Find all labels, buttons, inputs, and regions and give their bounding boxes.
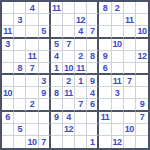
cell-r6c8[interactable]: [87, 63, 99, 75]
cell-r12c11[interactable]: [124, 136, 136, 148]
cell-r4c5[interactable]: 5: [51, 39, 63, 51]
cell-r10c8[interactable]: [87, 112, 99, 124]
cell-r4c3[interactable]: [26, 39, 38, 51]
cell-r7c8[interactable]: 9: [87, 75, 99, 87]
cell-r11c8[interactable]: [87, 124, 99, 136]
cell-r10c4[interactable]: [39, 112, 51, 124]
cell-r11c9[interactable]: [99, 124, 111, 136]
cell-r9c5[interactable]: [51, 99, 63, 111]
cell-r7c10[interactable]: 11: [112, 75, 124, 87]
cell-r2c7[interactable]: 12: [75, 14, 87, 26]
cell-r8c9[interactable]: [99, 87, 111, 99]
cell-r3c4[interactable]: 5: [39, 26, 51, 38]
cell-r10c7[interactable]: [75, 112, 87, 124]
cell-r11c4[interactable]: [39, 124, 51, 136]
cell-r9c9[interactable]: [99, 99, 111, 111]
cell-r4c4[interactable]: [39, 39, 51, 51]
cell-r10c12[interactable]: 7: [136, 112, 148, 124]
cell-r9c1[interactable]: [2, 99, 14, 111]
cell-r1c6[interactable]: [63, 2, 75, 14]
cell-r6c4[interactable]: [39, 63, 51, 75]
cell-r1c1[interactable]: [2, 2, 14, 14]
cell-r8c2[interactable]: [14, 87, 26, 99]
cell-r5c8[interactable]: 8: [87, 51, 99, 63]
cell-r8c7[interactable]: [75, 87, 87, 99]
cell-r11c1[interactable]: [2, 124, 14, 136]
cell-r3c5[interactable]: [51, 26, 63, 38]
cell-r7c12[interactable]: [136, 75, 148, 87]
cell-r12c9[interactable]: [99, 136, 111, 148]
cell-r5c12[interactable]: 12: [136, 51, 148, 63]
cell-r11c12[interactable]: [136, 124, 148, 136]
cell-r5c1[interactable]: [2, 51, 14, 63]
cell-r12c1[interactable]: [2, 136, 14, 148]
sudoku-board: 4118231211115471035710114289128711011632…: [0, 0, 150, 150]
cell-r5c11[interactable]: [124, 51, 136, 63]
cell-r11c2[interactable]: 5: [14, 124, 26, 136]
cell-r7c5[interactable]: [51, 75, 63, 87]
cell-r3c7[interactable]: 4: [75, 26, 87, 38]
cell-r2c2[interactable]: 3: [14, 14, 26, 26]
cell-r4c2[interactable]: [14, 39, 26, 51]
cell-r8c1[interactable]: 10: [2, 87, 14, 99]
cell-r3c9[interactable]: [99, 26, 111, 38]
cell-r11c5[interactable]: [51, 124, 63, 136]
cell-r10c11[interactable]: [124, 112, 136, 124]
cell-r10c2[interactable]: [14, 112, 26, 124]
cell-r12c6[interactable]: [63, 136, 75, 148]
cell-r5c5[interactable]: 4: [51, 51, 63, 63]
cell-r5c4[interactable]: [39, 51, 51, 63]
cell-r6c10[interactable]: [112, 63, 124, 75]
cell-r8c11[interactable]: [124, 87, 136, 99]
cell-r10c1[interactable]: 6: [2, 112, 14, 124]
cell-r1c9[interactable]: 8: [99, 2, 111, 14]
cell-r3c12[interactable]: 10: [136, 26, 148, 38]
cell-r5c3[interactable]: 11: [26, 51, 38, 63]
cell-r10c9[interactable]: 11: [99, 112, 111, 124]
cell-r2c12[interactable]: [136, 14, 148, 26]
cell-r1c2[interactable]: [14, 2, 26, 14]
cell-r10c6[interactable]: 4: [63, 112, 75, 124]
cell-r4c8[interactable]: [87, 39, 99, 51]
cell-r2c8[interactable]: [87, 14, 99, 26]
cell-r3c1[interactable]: 11: [2, 26, 14, 38]
cell-r1c8[interactable]: [87, 2, 99, 14]
cell-r3c2[interactable]: [14, 26, 26, 38]
cell-r9c6[interactable]: [63, 99, 75, 111]
cell-r5c7[interactable]: 2: [75, 51, 87, 63]
cell-r3c11[interactable]: [124, 26, 136, 38]
cell-r5c10[interactable]: [112, 51, 124, 63]
cell-r6c7[interactable]: 11: [75, 63, 87, 75]
cell-r12c2[interactable]: [14, 136, 26, 148]
cell-r2c1[interactable]: [2, 14, 14, 26]
cell-r4c1[interactable]: 3: [2, 39, 14, 51]
cell-r1c11[interactable]: [124, 2, 136, 14]
cell-r12c8[interactable]: 1: [87, 136, 99, 148]
cell-r12c4[interactable]: 7: [39, 136, 51, 148]
cell-r10c10[interactable]: [112, 112, 124, 124]
cell-r8c12[interactable]: [136, 87, 148, 99]
cell-r6c6[interactable]: 10: [63, 63, 75, 75]
cell-r7c6[interactable]: 2: [63, 75, 75, 87]
cell-r3c3[interactable]: [26, 26, 38, 38]
cell-r4c9[interactable]: [99, 39, 111, 51]
cell-r4c7[interactable]: [75, 39, 87, 51]
cell-r6c2[interactable]: 8: [14, 63, 26, 75]
cell-r7c3[interactable]: [26, 75, 38, 87]
cell-r5c6[interactable]: [63, 51, 75, 63]
cell-r9c2[interactable]: [14, 99, 26, 111]
cell-r11c7[interactable]: [75, 124, 87, 136]
cell-r9c10[interactable]: [112, 99, 124, 111]
cell-r6c11[interactable]: [124, 63, 136, 75]
cell-r2c10[interactable]: [112, 14, 124, 26]
cell-r7c9[interactable]: [99, 75, 111, 87]
cell-r1c5[interactable]: 11: [51, 2, 63, 14]
cell-r10c3[interactable]: [26, 112, 38, 124]
cell-r3c8[interactable]: 7: [87, 26, 99, 38]
cell-r9c3[interactable]: 2: [26, 99, 38, 111]
cell-r11c10[interactable]: [112, 124, 124, 136]
cell-r9c12[interactable]: 9: [136, 99, 148, 111]
cell-r7c1[interactable]: [2, 75, 14, 87]
cell-r9c4[interactable]: [39, 99, 51, 111]
cell-r2c6[interactable]: [63, 14, 75, 26]
cell-r4c11[interactable]: [124, 39, 136, 51]
cell-r6c12[interactable]: [136, 63, 148, 75]
cell-r11c6[interactable]: 12: [63, 124, 75, 136]
cell-r8c8[interactable]: 4: [87, 87, 99, 99]
cell-r4c6[interactable]: 7: [63, 39, 75, 51]
cell-r8c4[interactable]: 9: [39, 87, 51, 99]
cell-r5c2[interactable]: [14, 51, 26, 63]
cell-r12c10[interactable]: 12: [112, 136, 124, 148]
cell-r12c7[interactable]: [75, 136, 87, 148]
cell-r1c4[interactable]: [39, 2, 51, 14]
cell-r11c3[interactable]: [26, 124, 38, 136]
cell-r8c5[interactable]: 8: [51, 87, 63, 99]
cell-r5c9[interactable]: 9: [99, 51, 111, 63]
cell-r6c5[interactable]: 1: [51, 63, 63, 75]
cell-r9c11[interactable]: [124, 99, 136, 111]
cell-r1c12[interactable]: [136, 2, 148, 14]
cell-r6c3[interactable]: 7: [26, 63, 38, 75]
cell-r12c5[interactable]: [51, 136, 63, 148]
cell-r2c5[interactable]: [51, 14, 63, 26]
cell-r11c11[interactable]: 10: [124, 124, 136, 136]
cell-r4c12[interactable]: [136, 39, 148, 51]
cell-r2c4[interactable]: [39, 14, 51, 26]
cell-r1c10[interactable]: 2: [112, 2, 124, 14]
cell-r7c4[interactable]: 3: [39, 75, 51, 87]
cell-r3c10[interactable]: [112, 26, 124, 38]
cell-r7c11[interactable]: 7: [124, 75, 136, 87]
cell-r1c7[interactable]: [75, 2, 87, 14]
cell-r9c7[interactable]: 7: [75, 99, 87, 111]
cell-r10c5[interactable]: 9: [51, 112, 63, 124]
cell-r8c3[interactable]: [26, 87, 38, 99]
cell-r6c1[interactable]: [2, 63, 14, 75]
cell-r8c6[interactable]: 11: [63, 87, 75, 99]
cell-r12c12[interactable]: [136, 136, 148, 148]
cell-r7c7[interactable]: 1: [75, 75, 87, 87]
cell-r2c3[interactable]: [26, 14, 38, 26]
cell-r7c2[interactable]: [14, 75, 26, 87]
cell-r8c10[interactable]: 3: [112, 87, 124, 99]
cell-r1c3[interactable]: 4: [26, 2, 38, 14]
cell-r2c9[interactable]: [99, 14, 111, 26]
cell-r3c6[interactable]: [63, 26, 75, 38]
cell-r12c3[interactable]: 10: [26, 136, 38, 148]
cell-r9c8[interactable]: 6: [87, 99, 99, 111]
cell-r2c11[interactable]: 11: [124, 14, 136, 26]
cell-r4c10[interactable]: 10: [112, 39, 124, 51]
cell-r6c9[interactable]: 6: [99, 63, 111, 75]
